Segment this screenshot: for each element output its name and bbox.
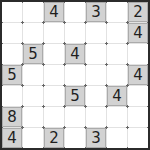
- cell-r5c7[interactable]: [128, 86, 148, 106]
- cell-r7c6[interactable]: [107, 128, 127, 148]
- cell-r1c5-clue: 3: [86, 2, 106, 22]
- cell-r4c6[interactable]: [107, 65, 127, 85]
- cell-r7c5-clue: 3: [86, 128, 106, 148]
- cell-r3c3[interactable]: [44, 44, 64, 64]
- cell-r6c1-clue: 8: [2, 107, 22, 127]
- puzzle-board: 43245454548423: [0, 0, 150, 150]
- cell-r1c1[interactable]: [2, 2, 22, 22]
- cell-r5c6-clue: 4: [107, 86, 127, 106]
- cell-r4c3[interactable]: [44, 65, 64, 85]
- cell-r4c7-clue: 4: [128, 65, 148, 85]
- cell-r6c5[interactable]: [86, 107, 106, 127]
- cell-r7c4[interactable]: [65, 128, 85, 148]
- cell-r4c1-clue: 5: [2, 65, 22, 85]
- cell-r3c1[interactable]: [2, 44, 22, 64]
- cell-r1c7-clue: 2: [128, 2, 148, 22]
- cell-r4c5[interactable]: [86, 65, 106, 85]
- cell-r1c3-clue: 4: [44, 2, 64, 22]
- cell-r1c2[interactable]: [23, 2, 43, 22]
- cell-r3c5[interactable]: [86, 44, 106, 64]
- cell-r6c4[interactable]: [65, 107, 85, 127]
- cell-r7c1-clue: 4: [2, 128, 22, 148]
- cell-r3c2-clue: 5: [23, 44, 43, 64]
- cell-r2c5[interactable]: [86, 23, 106, 43]
- cell-r2c2[interactable]: [23, 23, 43, 43]
- cell-r6c2[interactable]: [23, 107, 43, 127]
- cell-r2c4[interactable]: [65, 23, 85, 43]
- cell-r5c4-clue: 5: [65, 86, 85, 106]
- cell-r6c7[interactable]: [128, 107, 148, 127]
- cell-r3c7[interactable]: [128, 44, 148, 64]
- cell-r5c3[interactable]: [44, 86, 64, 106]
- cell-r7c3-clue: 2: [44, 128, 64, 148]
- cell-r5c2[interactable]: [23, 86, 43, 106]
- cell-r6c6[interactable]: [107, 107, 127, 127]
- cell-r6c3[interactable]: [44, 107, 64, 127]
- cell-r5c5[interactable]: [86, 86, 106, 106]
- cell-r7c7[interactable]: [128, 128, 148, 148]
- cell-r3c4-clue: 4: [65, 44, 85, 64]
- cell-r2c7-clue: 4: [128, 23, 148, 43]
- cell-r2c1[interactable]: [2, 23, 22, 43]
- cell-r1c4[interactable]: [65, 2, 85, 22]
- cell-r5c1[interactable]: [2, 86, 22, 106]
- cell-r3c6[interactable]: [107, 44, 127, 64]
- cell-r2c3[interactable]: [44, 23, 64, 43]
- cell-r2c6[interactable]: [107, 23, 127, 43]
- cell-r4c4[interactable]: [65, 65, 85, 85]
- cell-r4c2[interactable]: [23, 65, 43, 85]
- cell-r1c6[interactable]: [107, 2, 127, 22]
- cell-r7c2[interactable]: [23, 128, 43, 148]
